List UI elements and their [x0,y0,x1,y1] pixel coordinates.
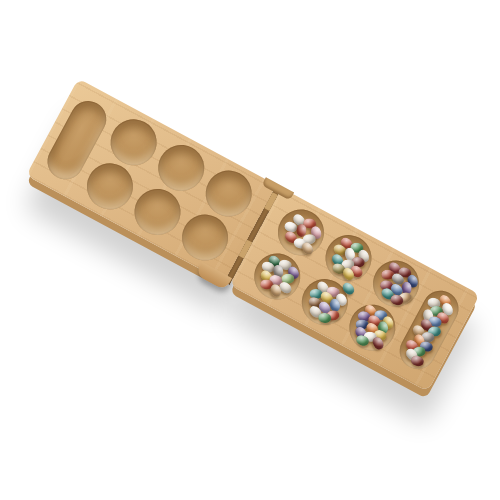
board-left-half [26,78,276,282]
mancala-board [26,78,480,391]
stone-darkred [410,354,425,368]
board-right-half [230,188,480,392]
product-photo-scene [0,0,500,500]
